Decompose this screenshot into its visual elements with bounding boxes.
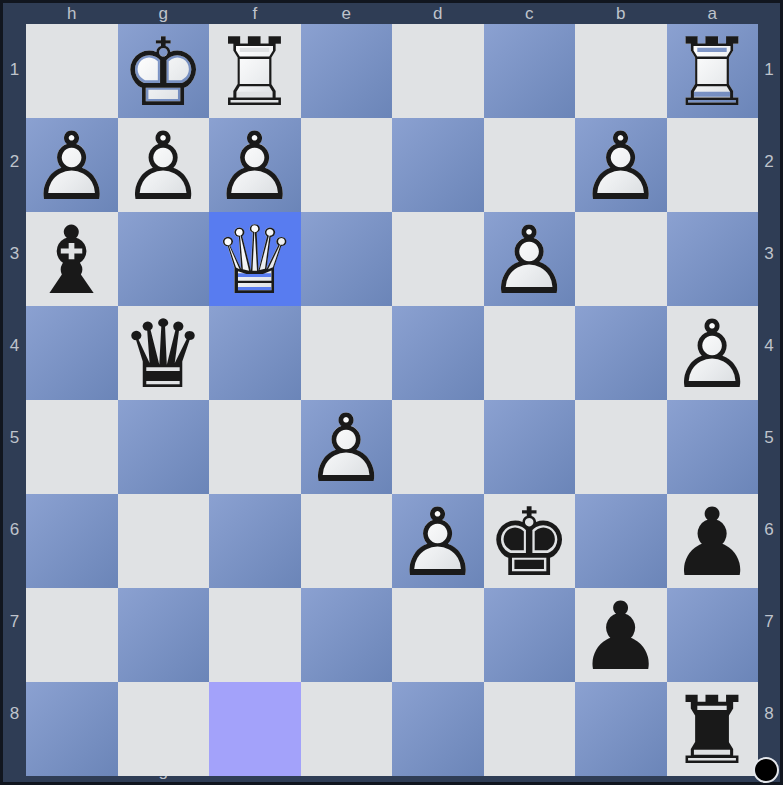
square-c5[interactable] xyxy=(484,400,576,494)
rank-label-left-5: 5 xyxy=(3,392,26,484)
square-a7[interactable] xyxy=(667,588,759,682)
square-c4[interactable] xyxy=(484,306,576,400)
square-e4[interactable] xyxy=(301,306,393,400)
square-a2[interactable] xyxy=(667,118,759,212)
square-a4[interactable]: ♟♙ xyxy=(667,306,759,400)
square-g6[interactable] xyxy=(118,494,210,588)
square-c2[interactable] xyxy=(484,118,576,212)
square-g2[interactable]: ♟♙ xyxy=(118,118,210,212)
square-g8[interactable] xyxy=(118,682,210,776)
rank-label-left-8: 8 xyxy=(3,667,26,759)
square-h4[interactable] xyxy=(26,306,118,400)
white-rook[interactable]: ♜♖ xyxy=(209,24,301,118)
rank-label-right-1: 1 xyxy=(758,24,780,116)
file-label-top-b: b xyxy=(575,3,667,24)
file-label-top-g: g xyxy=(118,3,210,24)
rank-label-left-1: 1 xyxy=(3,24,26,116)
square-h7[interactable] xyxy=(26,588,118,682)
white-piece-fill: ♟ xyxy=(579,120,663,214)
square-d1[interactable] xyxy=(392,24,484,118)
white-piece-outline: ♙ xyxy=(579,120,663,214)
square-e7[interactable] xyxy=(301,588,393,682)
square-c7[interactable] xyxy=(484,588,576,682)
square-f7[interactable] xyxy=(209,588,301,682)
white-pawn[interactable]: ♟♙ xyxy=(484,212,576,306)
square-h1[interactable] xyxy=(26,24,118,118)
black-piece-glyph: ♛ xyxy=(121,308,205,402)
white-piece-outline: ♙ xyxy=(30,120,114,214)
square-c8[interactable] xyxy=(484,682,576,776)
white-pawn[interactable]: ♟♙ xyxy=(118,118,210,212)
white-piece-outline: ♙ xyxy=(670,308,754,402)
square-a5[interactable] xyxy=(667,400,759,494)
white-piece-fill: ♟ xyxy=(670,308,754,402)
square-d7[interactable] xyxy=(392,588,484,682)
square-b5[interactable] xyxy=(575,400,667,494)
rank-label-right-2: 2 xyxy=(758,116,780,208)
white-piece-fill: ♟ xyxy=(304,402,388,496)
black-bishop[interactable]: ♝ xyxy=(26,212,118,306)
square-h6[interactable] xyxy=(26,494,118,588)
white-piece-fill: ♜ xyxy=(213,26,297,120)
file-label-top-a: a xyxy=(667,3,759,24)
black-pawn[interactable]: ♟ xyxy=(667,494,759,588)
square-g5[interactable] xyxy=(118,400,210,494)
white-piece-outline: ♙ xyxy=(304,402,388,496)
rank-label-right-7: 7 xyxy=(758,575,780,667)
square-f6[interactable] xyxy=(209,494,301,588)
square-b3[interactable] xyxy=(575,212,667,306)
square-a8[interactable]: ♜ xyxy=(667,682,759,776)
black-piece-glyph: ♟ xyxy=(670,496,754,590)
square-e5[interactable]: ♟♙ xyxy=(301,400,393,494)
white-piece-fill: ♟ xyxy=(487,214,571,308)
square-a6[interactable]: ♟ xyxy=(667,494,759,588)
chess-board: ♚♔♜♖♜♖♟♙♟♙♟♙♟♙♝♛♕♟♙♛♟♙♟♙♟♙♚♟♟♜ xyxy=(26,24,758,759)
file-label-top-f: f xyxy=(209,3,301,24)
rank-label-left-3: 3 xyxy=(3,208,26,300)
file-label-top-c: c xyxy=(484,3,576,24)
white-pawn[interactable]: ♟♙ xyxy=(301,400,393,494)
rank-label-left-4: 4 xyxy=(3,300,26,392)
square-g3[interactable] xyxy=(118,212,210,306)
white-piece-fill: ♚ xyxy=(121,26,205,120)
white-piece-fill: ♛ xyxy=(213,214,297,308)
square-c3[interactable]: ♟♙ xyxy=(484,212,576,306)
white-piece-outline: ♕ xyxy=(213,214,297,308)
square-d4[interactable] xyxy=(392,306,484,400)
white-pawn[interactable]: ♟♙ xyxy=(209,118,301,212)
file-label-top-d: d xyxy=(392,3,484,24)
square-g1[interactable]: ♚♔ xyxy=(118,24,210,118)
black-to-move-indicator xyxy=(753,757,779,783)
square-d3[interactable] xyxy=(392,212,484,306)
square-b6[interactable] xyxy=(575,494,667,588)
square-f5[interactable] xyxy=(209,400,301,494)
square-f3[interactable]: ♛♕ xyxy=(209,212,301,306)
square-h2[interactable]: ♟♙ xyxy=(26,118,118,212)
square-h3[interactable]: ♝ xyxy=(26,212,118,306)
white-piece-outline: ♙ xyxy=(213,120,297,214)
black-queen[interactable]: ♛ xyxy=(118,306,210,400)
white-pawn[interactable]: ♟♙ xyxy=(26,118,118,212)
white-pawn[interactable]: ♟♙ xyxy=(575,118,667,212)
white-piece-fill: ♟ xyxy=(121,120,205,214)
square-h8[interactable] xyxy=(26,682,118,776)
rank-label-right-5: 5 xyxy=(758,392,780,484)
square-e1[interactable] xyxy=(301,24,393,118)
white-rook[interactable]: ♜♖ xyxy=(667,24,759,118)
white-king[interactable]: ♚♔ xyxy=(118,24,210,118)
white-pawn[interactable]: ♟♙ xyxy=(392,494,484,588)
square-e8[interactable] xyxy=(301,682,393,776)
square-f2[interactable]: ♟♙ xyxy=(209,118,301,212)
rank-label-right-3: 3 xyxy=(758,208,780,300)
square-e2[interactable] xyxy=(301,118,393,212)
square-f4[interactable] xyxy=(209,306,301,400)
white-piece-outline: ♔ xyxy=(121,26,205,120)
square-c6[interactable]: ♚ xyxy=(484,494,576,588)
square-b7[interactable]: ♟ xyxy=(575,588,667,682)
square-b2[interactable]: ♟♙ xyxy=(575,118,667,212)
rank-label-left-6: 6 xyxy=(3,483,26,575)
square-b4[interactable] xyxy=(575,306,667,400)
square-e3[interactable] xyxy=(301,212,393,306)
white-piece-outline: ♙ xyxy=(487,214,571,308)
board-frame: hgfedcba hgfedcba 12345678 12345678 ♚♔♜♖… xyxy=(0,0,783,785)
rank-labels-right: 12345678 xyxy=(758,24,780,759)
white-piece-outline: ♖ xyxy=(213,26,297,120)
file-label-top-e: e xyxy=(301,3,393,24)
square-g4[interactable]: ♛ xyxy=(118,306,210,400)
rank-label-right-6: 6 xyxy=(758,483,780,575)
white-piece-outline: ♙ xyxy=(396,496,480,590)
white-piece-outline: ♖ xyxy=(670,26,754,120)
square-b1[interactable] xyxy=(575,24,667,118)
white-piece-fill: ♟ xyxy=(396,496,480,590)
file-label-top-h: h xyxy=(26,3,118,24)
square-a1[interactable]: ♜♖ xyxy=(667,24,759,118)
square-d8[interactable] xyxy=(392,682,484,776)
white-piece-fill: ♟ xyxy=(213,120,297,214)
square-d5[interactable] xyxy=(392,400,484,494)
rank-labels-left: 12345678 xyxy=(3,24,26,759)
black-piece-glyph: ♜ xyxy=(670,684,754,778)
square-d2[interactable] xyxy=(392,118,484,212)
white-piece-fill: ♜ xyxy=(670,26,754,120)
rank-label-right-8: 8 xyxy=(758,667,780,759)
square-a3[interactable] xyxy=(667,212,759,306)
black-king[interactable]: ♚ xyxy=(484,494,576,588)
square-f8[interactable] xyxy=(209,682,301,776)
rank-label-right-4: 4 xyxy=(758,300,780,392)
square-c1[interactable] xyxy=(484,24,576,118)
square-d6[interactable]: ♟♙ xyxy=(392,494,484,588)
black-piece-glyph: ♝ xyxy=(30,214,114,308)
black-piece-glyph: ♚ xyxy=(487,496,571,590)
black-rook[interactable]: ♜ xyxy=(667,682,759,776)
square-e6[interactable] xyxy=(301,494,393,588)
rank-label-left-7: 7 xyxy=(3,575,26,667)
square-b8[interactable] xyxy=(575,682,667,776)
white-piece-outline: ♙ xyxy=(121,120,205,214)
rank-label-left-2: 2 xyxy=(3,116,26,208)
square-f1[interactable]: ♜♖ xyxy=(209,24,301,118)
white-queen[interactable]: ♛♕ xyxy=(209,212,301,306)
black-piece-glyph: ♟ xyxy=(579,590,663,684)
square-h5[interactable] xyxy=(26,400,118,494)
white-piece-fill: ♟ xyxy=(30,120,114,214)
white-pawn[interactable]: ♟♙ xyxy=(667,306,759,400)
square-g7[interactable] xyxy=(118,588,210,682)
black-pawn[interactable]: ♟ xyxy=(575,588,667,682)
file-labels-top: hgfedcba xyxy=(26,3,758,24)
